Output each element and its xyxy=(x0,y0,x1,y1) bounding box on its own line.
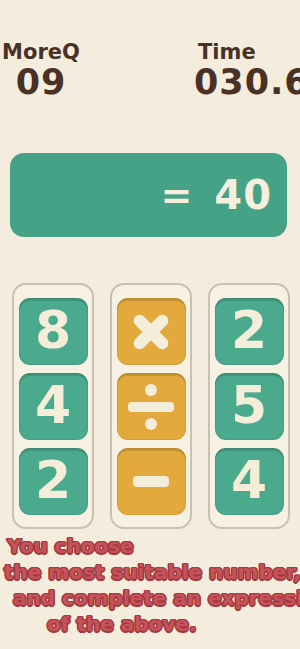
instruction-line: the most suitable number, xyxy=(4,559,300,585)
number-card[interactable]: 5 xyxy=(215,373,284,440)
card-board: 8 4 2 2 5 xyxy=(12,283,290,529)
card-number: 8 xyxy=(35,304,71,356)
instruction-line: You choose xyxy=(7,533,300,559)
operator-column xyxy=(110,283,192,529)
minus-card[interactable] xyxy=(117,448,186,515)
equation-display: = 40 xyxy=(10,153,287,237)
number-card[interactable]: 4 xyxy=(215,448,284,515)
card-number: 4 xyxy=(231,454,267,506)
number-card[interactable]: 4 xyxy=(19,373,88,440)
divide-card[interactable] xyxy=(117,373,186,440)
number-card[interactable]: 2 xyxy=(19,448,88,515)
card-number: 4 xyxy=(35,379,71,431)
time-label: Time xyxy=(194,40,298,64)
number-card[interactable]: 8 xyxy=(19,298,88,365)
game-screen: MoreQ 09 Time 030.6 = 40 8 4 2 xyxy=(0,0,300,649)
card-number: 2 xyxy=(231,304,267,356)
right-number-column: 2 5 4 xyxy=(208,283,290,529)
multiply-card[interactable] xyxy=(117,298,186,365)
equals-sign: = xyxy=(160,173,192,217)
instruction-line: and complete an expression xyxy=(13,585,300,611)
time-stat: Time 030.6 xyxy=(194,40,298,100)
left-number-column: 8 4 2 xyxy=(12,283,94,529)
time-value: 030.6 xyxy=(194,64,298,100)
moreq-value: 09 xyxy=(0,64,82,100)
moreq-label: MoreQ xyxy=(0,40,82,64)
target-value: 40 xyxy=(214,172,272,218)
number-card[interactable]: 2 xyxy=(215,298,284,365)
divide-icon xyxy=(128,384,174,430)
multiply-icon xyxy=(128,309,174,355)
instructions-text: You choose the most suitable number, and… xyxy=(0,533,300,637)
instruction-line: of the above. xyxy=(47,611,300,637)
card-number: 2 xyxy=(35,454,71,506)
minus-icon xyxy=(133,476,169,487)
moreq-stat: MoreQ 09 xyxy=(0,40,82,100)
card-number: 5 xyxy=(231,379,267,431)
